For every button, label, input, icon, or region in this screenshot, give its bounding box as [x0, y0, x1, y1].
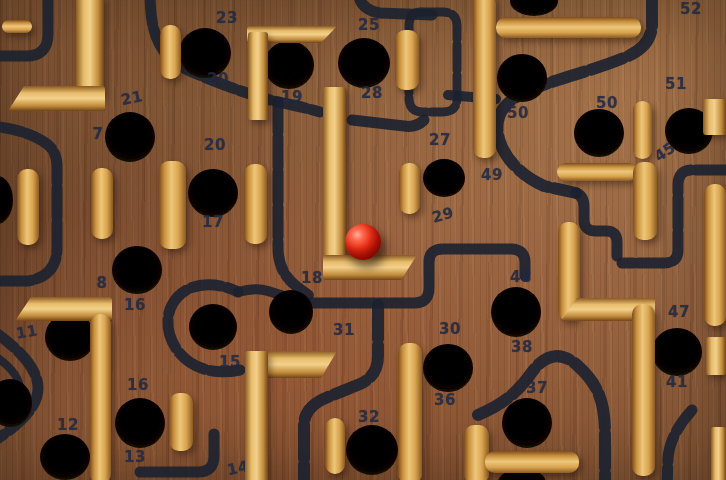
- hole: [491, 287, 541, 337]
- wall-dowel: [169, 393, 193, 451]
- wall-beam: [248, 32, 268, 120]
- hole: [652, 328, 702, 376]
- station-number: 19: [281, 88, 303, 106]
- wall-beam: [8, 86, 105, 111]
- wall-dowel: [633, 162, 657, 240]
- station-number: 37: [526, 379, 548, 397]
- station-number: 32: [358, 408, 380, 426]
- station-number: 27: [429, 131, 451, 149]
- wall-dowel: [485, 451, 579, 473]
- station-number: 50: [507, 104, 529, 122]
- wall-beam: [323, 255, 417, 280]
- station-number: 48: [510, 268, 532, 286]
- hole: [112, 246, 162, 294]
- wall-beam: [245, 351, 268, 480]
- station-number: 50: [596, 94, 618, 112]
- station-number: 12: [57, 416, 79, 434]
- wall-dowel: [633, 101, 652, 159]
- track-segment: [576, 193, 617, 256]
- station-number: 15: [219, 353, 241, 371]
- track-segment: [352, 120, 424, 126]
- hole: [264, 41, 314, 89]
- station-number: 47: [668, 303, 690, 321]
- wall-dowel: [704, 184, 726, 326]
- station-number: 31: [333, 321, 355, 339]
- station-number: 52: [680, 0, 702, 18]
- wall-dowel: [90, 314, 111, 480]
- wall-beam: [711, 427, 726, 480]
- station-number: 41: [666, 373, 688, 391]
- hole: [338, 38, 390, 88]
- wall-dowel: [496, 17, 641, 38]
- hole: [502, 398, 552, 448]
- station-number: 18: [301, 269, 323, 287]
- wall-beam: [706, 337, 726, 375]
- labyrinth-board: 2325522051281921505072720454929174818816…: [0, 0, 726, 480]
- hole: [269, 290, 313, 334]
- track-segment: [667, 410, 692, 480]
- wall-dowel: [91, 168, 113, 239]
- hole: [189, 304, 237, 350]
- wall-dowel: [399, 163, 420, 214]
- wall-dowel: [325, 418, 345, 474]
- station-number: 36: [434, 391, 456, 409]
- hole: [423, 344, 473, 392]
- station-number: 23: [216, 9, 238, 27]
- wall-dowel: [473, 0, 496, 158]
- wall-dowel: [160, 25, 181, 79]
- wall-dowel: [2, 20, 32, 33]
- station-number: 11: [15, 321, 40, 343]
- hole: [40, 434, 90, 480]
- station-number: 51: [665, 75, 687, 93]
- wall-dowel: [17, 169, 39, 245]
- station-number: 16: [127, 376, 149, 394]
- hole: [510, 0, 558, 16]
- station-number: 25: [358, 16, 380, 34]
- wall-dowel: [632, 304, 655, 476]
- hole: [115, 398, 165, 448]
- hole: [105, 112, 155, 162]
- hole: [188, 169, 238, 217]
- hole: [423, 159, 465, 197]
- wall-beam: [76, 0, 104, 96]
- station-number: 17: [202, 213, 224, 231]
- wall-dowel: [398, 343, 422, 480]
- hole: [574, 109, 624, 157]
- station-number: 7: [93, 125, 104, 143]
- hole: [346, 425, 398, 475]
- station-number: 28: [361, 84, 383, 102]
- wall-dowel: [464, 425, 489, 480]
- station-number: 8: [97, 274, 108, 292]
- station-number: 49: [481, 166, 503, 184]
- station-number: 20: [204, 136, 226, 154]
- track-segment: [358, 0, 432, 15]
- red-marble[interactable]: [345, 224, 381, 260]
- station-number: 16: [124, 296, 146, 314]
- station-number: 20: [207, 70, 229, 88]
- station-number: 13: [124, 448, 146, 466]
- wall-dowel: [244, 164, 267, 244]
- wall-dowel: [557, 163, 637, 181]
- wall-beam: [323, 87, 346, 267]
- station-number: 30: [439, 320, 461, 338]
- hole: [497, 54, 547, 102]
- station-number: 38: [511, 338, 533, 356]
- wall-dowel: [395, 30, 419, 90]
- wall-beam: [703, 99, 726, 135]
- hole: [0, 176, 13, 224]
- wall-dowel: [159, 161, 186, 249]
